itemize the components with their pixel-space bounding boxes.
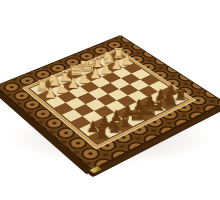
brass-latch-right-icon [218, 101, 220, 108]
board-scene: ♜♞♝♛♚♝♞♜♟♟♟♟♟♟♟♟♟♟♟♟♟♟♟♟♜♞♝♛♚♝♞♜ [26, 12, 190, 176]
white-pawn[interactable]: ♟ [43, 86, 57, 100]
brass-latch-near-icon [89, 165, 103, 174]
board-square[interactable] [88, 88, 108, 99]
board-inner-panel: ♜♞♝♛♚♝♞♜♟♟♟♟♟♟♟♟♟♟♟♟♟♟♟♟♜♞♝♛♚♝♞♜ [22, 48, 196, 149]
black-rook[interactable]: ♜ [94, 127, 109, 142]
carved-chess-box: ♜♞♝♛♚♝♞♜♟♟♟♟♟♟♟♟♟♟♟♟♟♟♟♟♜♞♝♛♚♝♞♜ [0, 35, 220, 170]
board-grid: ♜♞♝♛♚♝♞♜♟♟♟♟♟♟♟♟♟♟♟♟♟♟♟♟♜♞♝♛♚♝♞♜ [29, 52, 189, 145]
product-photo-stage: ♜♞♝♛♚♝♞♜♟♟♟♟♟♟♟♟♟♟♟♟♟♟♟♟♜♞♝♛♚♝♞♜ [0, 0, 220, 200]
